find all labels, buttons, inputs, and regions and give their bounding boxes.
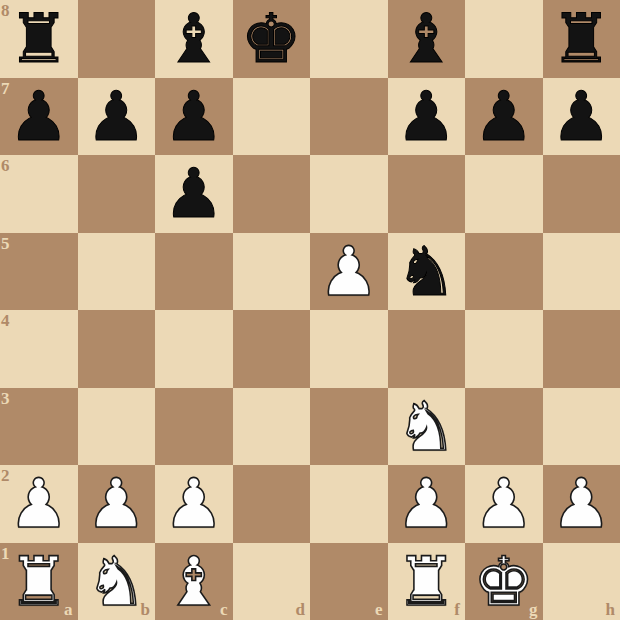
- black-pawn: ♟: [396, 78, 457, 156]
- square-f2[interactable]: ♟: [388, 465, 466, 543]
- square-a6[interactable]: 6: [0, 155, 78, 233]
- square-e7[interactable]: [310, 78, 388, 156]
- square-c8[interactable]: ♝: [155, 0, 233, 78]
- square-b2[interactable]: ♟: [78, 465, 156, 543]
- square-b4[interactable]: [78, 310, 156, 388]
- square-e3[interactable]: [310, 388, 388, 466]
- black-pawn: ♟: [551, 78, 612, 156]
- rank-label-3: 3: [1, 390, 10, 407]
- black-rook: ♜: [551, 0, 612, 78]
- rank-label-6: 6: [1, 157, 10, 174]
- black-pawn: ♟: [163, 78, 224, 156]
- rank-label-4: 4: [1, 312, 10, 329]
- square-a3[interactable]: 3: [0, 388, 78, 466]
- black-bishop: ♝: [396, 0, 457, 78]
- square-d7[interactable]: [233, 78, 311, 156]
- square-b7[interactable]: ♟: [78, 78, 156, 156]
- square-c2[interactable]: ♟: [155, 465, 233, 543]
- white-pawn: ♟: [8, 465, 69, 543]
- chess-board: 8♜♝♚♝♜7♟♟♟♟♟♟6♟5♟♞43♞2♟♟♟♟♟♟1a♜b♞c♝def♜g…: [0, 0, 620, 620]
- white-pawn: ♟: [551, 465, 612, 543]
- square-a5[interactable]: 5: [0, 233, 78, 311]
- square-d5[interactable]: [233, 233, 311, 311]
- square-e2[interactable]: [310, 465, 388, 543]
- square-c4[interactable]: [155, 310, 233, 388]
- square-c3[interactable]: [155, 388, 233, 466]
- square-f8[interactable]: ♝: [388, 0, 466, 78]
- square-g6[interactable]: [465, 155, 543, 233]
- square-e4[interactable]: [310, 310, 388, 388]
- square-d1[interactable]: d: [233, 543, 311, 620]
- square-c6[interactable]: ♟: [155, 155, 233, 233]
- square-h6[interactable]: [543, 155, 620, 233]
- square-d2[interactable]: [233, 465, 311, 543]
- white-pawn: ♟: [318, 233, 379, 311]
- square-h7[interactable]: ♟: [543, 78, 620, 156]
- square-f4[interactable]: [388, 310, 466, 388]
- square-f1[interactable]: f♜: [388, 543, 466, 620]
- square-a1[interactable]: 1a♜: [0, 543, 78, 620]
- square-f7[interactable]: ♟: [388, 78, 466, 156]
- white-pawn: ♟: [163, 465, 224, 543]
- square-e5[interactable]: ♟: [310, 233, 388, 311]
- rank-label-5: 5: [1, 235, 10, 252]
- square-b6[interactable]: [78, 155, 156, 233]
- square-h3[interactable]: [543, 388, 620, 466]
- file-label-e: e: [375, 601, 383, 618]
- square-f6[interactable]: [388, 155, 466, 233]
- square-h8[interactable]: ♜: [543, 0, 620, 78]
- black-pawn: ♟: [86, 78, 147, 156]
- white-knight: ♞: [86, 543, 147, 620]
- square-g1[interactable]: g♚: [465, 543, 543, 620]
- square-e1[interactable]: e: [310, 543, 388, 620]
- square-h2[interactable]: ♟: [543, 465, 620, 543]
- square-b1[interactable]: b♞: [78, 543, 156, 620]
- square-d6[interactable]: [233, 155, 311, 233]
- square-b5[interactable]: [78, 233, 156, 311]
- square-a8[interactable]: 8♜: [0, 0, 78, 78]
- black-knight: ♞: [396, 233, 457, 311]
- square-b3[interactable]: [78, 388, 156, 466]
- white-rook: ♜: [8, 543, 69, 620]
- square-d8[interactable]: ♚: [233, 0, 311, 78]
- square-g7[interactable]: ♟: [465, 78, 543, 156]
- square-f3[interactable]: ♞: [388, 388, 466, 466]
- white-pawn: ♟: [86, 465, 147, 543]
- square-a7[interactable]: 7♟: [0, 78, 78, 156]
- square-b8[interactable]: [78, 0, 156, 78]
- square-e8[interactable]: [310, 0, 388, 78]
- square-h4[interactable]: [543, 310, 620, 388]
- square-a4[interactable]: 4: [0, 310, 78, 388]
- black-bishop: ♝: [163, 0, 224, 78]
- white-knight: ♞: [396, 388, 457, 466]
- square-c7[interactable]: ♟: [155, 78, 233, 156]
- square-g5[interactable]: [465, 233, 543, 311]
- square-g3[interactable]: [465, 388, 543, 466]
- square-c5[interactable]: [155, 233, 233, 311]
- black-king: ♚: [241, 0, 302, 78]
- file-label-h: h: [606, 601, 615, 618]
- black-pawn: ♟: [473, 78, 534, 156]
- square-e6[interactable]: [310, 155, 388, 233]
- square-d3[interactable]: [233, 388, 311, 466]
- black-pawn: ♟: [8, 78, 69, 156]
- file-label-d: d: [296, 601, 305, 618]
- square-g8[interactable]: [465, 0, 543, 78]
- black-rook: ♜: [8, 0, 69, 78]
- square-d4[interactable]: [233, 310, 311, 388]
- square-g2[interactable]: ♟: [465, 465, 543, 543]
- square-h1[interactable]: h: [543, 543, 620, 620]
- white-pawn: ♟: [473, 465, 534, 543]
- white-pawn: ♟: [396, 465, 457, 543]
- white-rook: ♜: [396, 543, 457, 620]
- square-c1[interactable]: c♝: [155, 543, 233, 620]
- white-bishop: ♝: [163, 543, 224, 620]
- square-a2[interactable]: 2♟: [0, 465, 78, 543]
- white-king: ♚: [473, 543, 534, 620]
- black-pawn: ♟: [163, 155, 224, 233]
- square-h5[interactable]: [543, 233, 620, 311]
- square-f5[interactable]: ♞: [388, 233, 466, 311]
- square-g4[interactable]: [465, 310, 543, 388]
